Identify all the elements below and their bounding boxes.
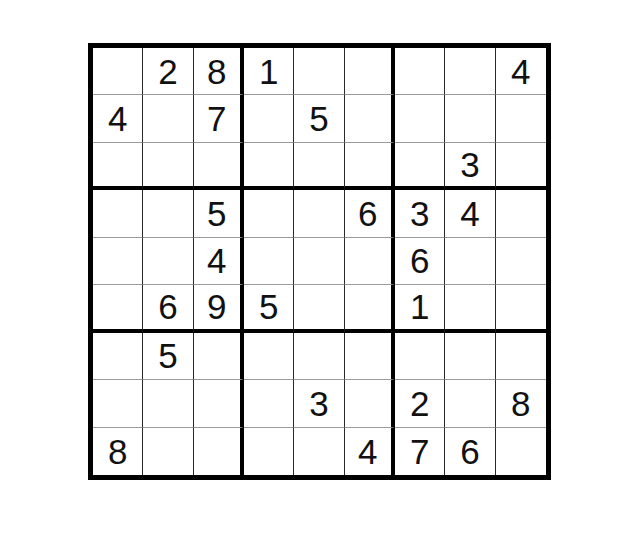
cell-r9c5[interactable] (294, 428, 344, 475)
cell-r8c5[interactable]: 3 (294, 380, 344, 427)
cell-r3c8[interactable]: 3 (445, 143, 495, 190)
cell-r1c2[interactable]: 2 (143, 48, 193, 95)
cell-r4c6[interactable]: 6 (345, 190, 395, 237)
given-digit: 4 (108, 101, 127, 136)
cell-r1c8[interactable] (445, 48, 495, 95)
cell-r6c8[interactable] (445, 285, 495, 332)
cell-r9c7[interactable]: 7 (395, 428, 445, 475)
cell-r4c5[interactable] (294, 190, 344, 237)
given-digit: 4 (207, 243, 226, 278)
cell-r1c9[interactable]: 4 (496, 48, 546, 95)
cell-r7c2[interactable]: 5 (143, 333, 193, 380)
cell-r7c4[interactable] (244, 333, 294, 380)
cell-r6c9[interactable] (496, 285, 546, 332)
cell-r5c5[interactable] (294, 238, 344, 285)
cell-r8c9[interactable]: 8 (496, 380, 546, 427)
given-digit: 5 (207, 196, 226, 231)
given-digit: 3 (460, 147, 479, 182)
cell-r9c2[interactable] (143, 428, 193, 475)
cell-r3c9[interactable] (496, 143, 546, 190)
cell-r9c4[interactable] (244, 428, 294, 475)
cell-r9c3[interactable] (194, 428, 244, 475)
cell-r5c7[interactable]: 6 (395, 238, 445, 285)
cell-r5c4[interactable] (244, 238, 294, 285)
given-digit: 8 (207, 54, 226, 89)
page: 28144753563446695153288476 (0, 0, 640, 540)
given-digit: 5 (158, 338, 177, 373)
cell-r7c9[interactable] (496, 333, 546, 380)
cell-r6c5[interactable] (294, 285, 344, 332)
cell-r2c7[interactable] (395, 95, 445, 142)
cell-r8c8[interactable] (445, 380, 495, 427)
given-digit: 8 (108, 434, 127, 469)
cell-r6c6[interactable] (345, 285, 395, 332)
given-digit: 3 (309, 386, 328, 421)
cell-r6c2[interactable]: 6 (143, 285, 193, 332)
given-digit: 3 (410, 196, 429, 231)
given-digit: 6 (410, 243, 429, 278)
cell-r1c6[interactable] (345, 48, 395, 95)
cell-r2c2[interactable] (143, 95, 193, 142)
given-digit: 2 (410, 386, 429, 421)
cell-r7c5[interactable] (294, 333, 344, 380)
sudoku-board: 28144753563446695153288476 (88, 43, 551, 480)
given-digit: 7 (410, 434, 429, 469)
cell-r2c4[interactable] (244, 95, 294, 142)
cell-r3c4[interactable] (244, 143, 294, 190)
cell-r6c4[interactable]: 5 (244, 285, 294, 332)
cell-r6c7[interactable]: 1 (395, 285, 445, 332)
given-digit: 1 (410, 289, 429, 324)
cell-r3c2[interactable] (143, 143, 193, 190)
cell-r9c8[interactable]: 6 (445, 428, 495, 475)
cell-r5c3[interactable]: 4 (194, 238, 244, 285)
cell-r3c6[interactable] (345, 143, 395, 190)
cell-r7c8[interactable] (445, 333, 495, 380)
given-digit: 4 (460, 196, 479, 231)
cell-r5c1[interactable] (93, 238, 143, 285)
cell-r8c7[interactable]: 2 (395, 380, 445, 427)
cell-r1c1[interactable] (93, 48, 143, 95)
cell-r4c2[interactable] (143, 190, 193, 237)
cell-r4c1[interactable] (93, 190, 143, 237)
given-digit: 5 (309, 101, 328, 136)
cell-r7c3[interactable] (194, 333, 244, 380)
cell-r3c7[interactable] (395, 143, 445, 190)
cell-r7c6[interactable] (345, 333, 395, 380)
given-digit: 1 (259, 54, 278, 89)
cell-r3c5[interactable] (294, 143, 344, 190)
given-digit: 8 (511, 386, 530, 421)
cell-r5c2[interactable] (143, 238, 193, 285)
cell-r7c7[interactable] (395, 333, 445, 380)
cell-r2c6[interactable] (345, 95, 395, 142)
given-digit: 2 (158, 54, 177, 89)
cell-r4c3[interactable]: 5 (194, 190, 244, 237)
cell-r8c2[interactable] (143, 380, 193, 427)
cell-r5c9[interactable] (496, 238, 546, 285)
cell-r8c4[interactable] (244, 380, 294, 427)
cell-r4c7[interactable]: 3 (395, 190, 445, 237)
cell-r9c9[interactable] (496, 428, 546, 475)
cell-r6c1[interactable] (93, 285, 143, 332)
cell-r9c1[interactable]: 8 (93, 428, 143, 475)
cell-r8c1[interactable] (93, 380, 143, 427)
cell-r2c3[interactable]: 7 (194, 95, 244, 142)
cell-r4c8[interactable]: 4 (445, 190, 495, 237)
cell-r2c9[interactable] (496, 95, 546, 142)
cell-r1c4[interactable]: 1 (244, 48, 294, 95)
cell-r1c5[interactable] (294, 48, 344, 95)
given-digit: 6 (460, 434, 479, 469)
given-digit: 7 (207, 101, 226, 136)
given-digit: 6 (158, 289, 177, 324)
cell-r7c1[interactable] (93, 333, 143, 380)
cell-r2c1[interactable]: 4 (93, 95, 143, 142)
cell-r8c3[interactable] (194, 380, 244, 427)
given-digit: 4 (511, 54, 530, 89)
cell-r3c1[interactable] (93, 143, 143, 190)
cell-r9c6[interactable]: 4 (345, 428, 395, 475)
cell-r6c3[interactable]: 9 (194, 285, 244, 332)
cell-r8c6[interactable] (345, 380, 395, 427)
cell-r2c8[interactable] (445, 95, 495, 142)
cell-r1c7[interactable] (395, 48, 445, 95)
cell-r1c3[interactable]: 8 (194, 48, 244, 95)
given-digit: 4 (358, 434, 377, 469)
cell-r5c6[interactable] (345, 238, 395, 285)
cell-r2c5[interactable]: 5 (294, 95, 344, 142)
cell-r5c8[interactable] (445, 238, 495, 285)
cell-r4c9[interactable] (496, 190, 546, 237)
given-digit: 6 (358, 196, 377, 231)
given-digit: 5 (259, 289, 278, 324)
given-digit: 9 (207, 289, 226, 324)
cell-r3c3[interactable] (194, 143, 244, 190)
cell-r4c4[interactable] (244, 190, 294, 237)
